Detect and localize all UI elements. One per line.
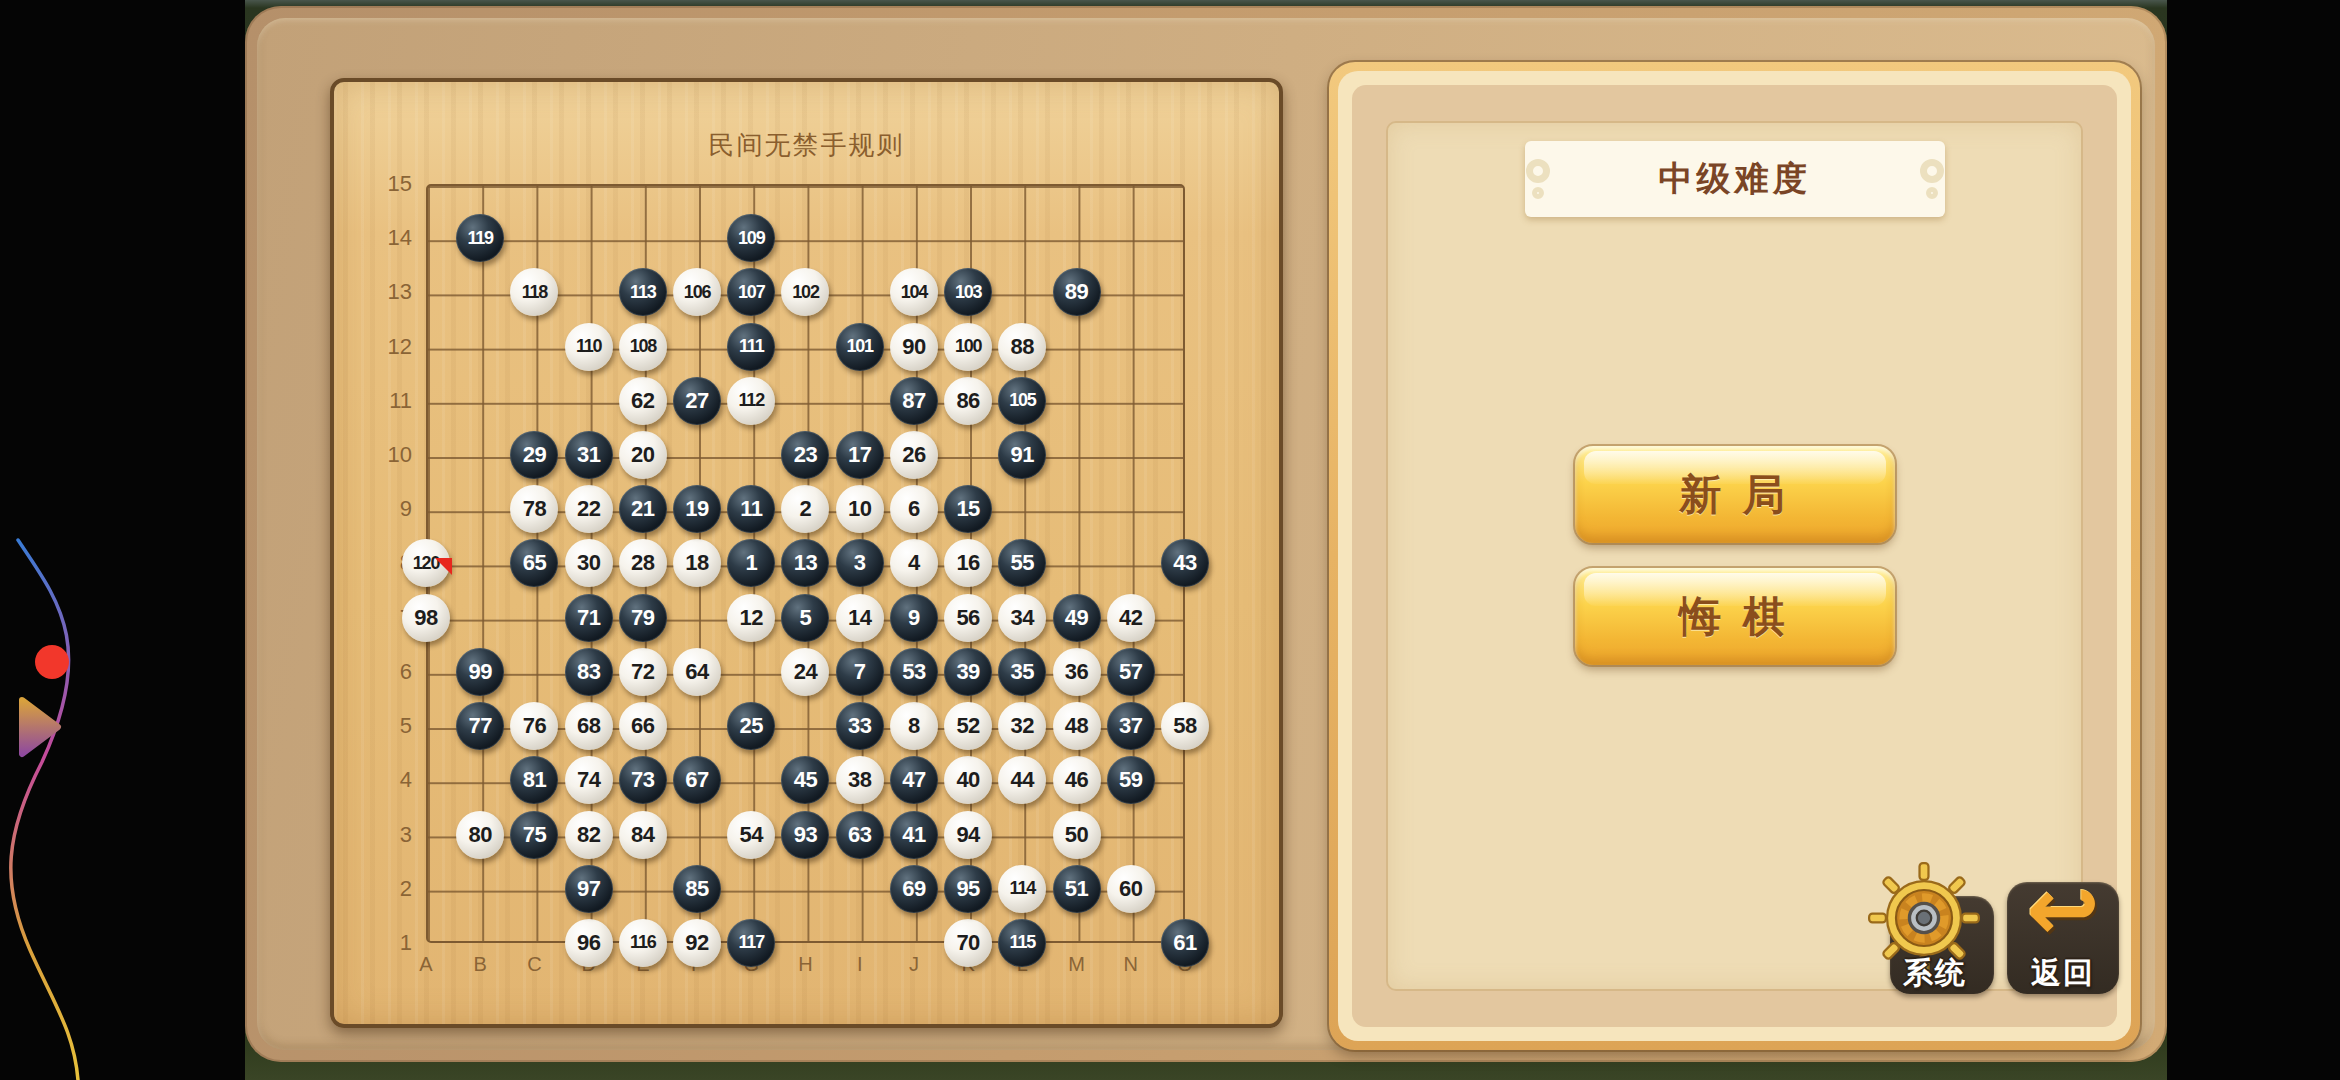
screen: 民间无禁手规则 151413121110987654321 ABCDEFGHIJ… bbox=[0, 0, 2340, 1080]
stone-102-H13: 102 bbox=[781, 268, 829, 316]
game-window: 民间无禁手规则 151413121110987654321 ABCDEFGHIJ… bbox=[245, 6, 2167, 1062]
letterbox-right bbox=[2167, 0, 2340, 1080]
stone-2-H9: 2 bbox=[781, 485, 829, 533]
stone-72-E6: 72 bbox=[619, 648, 667, 696]
stones-layer: 1234567891011121314151617181920212223242… bbox=[426, 184, 1185, 943]
stone-69-J2: 69 bbox=[890, 865, 938, 913]
stone-91-L10: 91 bbox=[998, 431, 1046, 479]
row-label-9: 9 bbox=[370, 496, 412, 522]
stone-116-E1: 116 bbox=[619, 919, 667, 967]
row-label-12: 12 bbox=[370, 334, 412, 360]
stone-44-L4: 44 bbox=[998, 756, 1046, 804]
stone-85-F2: 85 bbox=[673, 865, 721, 913]
stone-28-E8: 28 bbox=[619, 539, 667, 587]
stone-51-M2: 51 bbox=[1053, 865, 1101, 913]
col-label-J: J bbox=[901, 953, 927, 976]
row-label-6: 6 bbox=[370, 659, 412, 685]
stone-54-G3: 54 bbox=[727, 811, 775, 859]
stone-15-K9: 15 bbox=[944, 485, 992, 533]
stone-66-E5: 66 bbox=[619, 702, 667, 750]
stone-40-K4: 40 bbox=[944, 756, 992, 804]
stone-1-G8: 1 bbox=[727, 539, 775, 587]
col-label-N: N bbox=[1118, 953, 1144, 976]
row-label-4: 4 bbox=[370, 767, 412, 793]
stone-23-H10: 23 bbox=[781, 431, 829, 479]
col-label-H: H bbox=[792, 953, 818, 976]
stone-3-I8: 3 bbox=[836, 539, 884, 587]
stone-111-G12: 111 bbox=[727, 323, 775, 371]
stone-113-E13: 113 bbox=[619, 268, 667, 316]
stone-67-F4: 67 bbox=[673, 756, 721, 804]
new-game-label: 新 局 bbox=[1679, 467, 1790, 523]
record-dot-icon bbox=[35, 645, 69, 679]
stone-74-D4: 74 bbox=[565, 756, 613, 804]
stone-25-G5: 25 bbox=[727, 702, 775, 750]
stone-13-H8: 13 bbox=[781, 539, 829, 587]
stone-81-C4: 81 bbox=[510, 756, 558, 804]
stone-109-G14: 109 bbox=[727, 214, 775, 262]
stone-78-C9: 78 bbox=[510, 485, 558, 533]
board-panel: 民间无禁手规则 151413121110987654321 ABCDEFGHIJ… bbox=[330, 78, 1283, 1028]
stone-100-K12: 100 bbox=[944, 323, 992, 371]
stone-21-E9: 21 bbox=[619, 485, 667, 533]
stone-96-D1: 96 bbox=[565, 919, 613, 967]
stone-86-K11: 86 bbox=[944, 377, 992, 425]
stone-63-I3: 63 bbox=[836, 811, 884, 859]
stone-62-E11: 62 bbox=[619, 377, 667, 425]
stone-79-E7: 79 bbox=[619, 594, 667, 642]
stone-5-H7: 5 bbox=[781, 594, 829, 642]
col-label-I: I bbox=[847, 953, 873, 976]
right-panel-tan bbox=[1352, 85, 2117, 1027]
row-label-2: 2 bbox=[370, 876, 412, 902]
stone-30-D8: 30 bbox=[565, 539, 613, 587]
stone-87-J11: 87 bbox=[890, 377, 938, 425]
back-button[interactable]: ↩ 返回 bbox=[2006, 874, 2120, 996]
stone-61-O1: 61 bbox=[1161, 919, 1209, 967]
stone-117-G1: 117 bbox=[727, 919, 775, 967]
stone-105-L11: 105 bbox=[998, 377, 1046, 425]
stone-118-C13: 118 bbox=[510, 268, 558, 316]
undo-button[interactable]: 悔 棋 bbox=[1575, 568, 1895, 665]
right-panel-inner bbox=[1386, 121, 2083, 991]
rules-title: 民间无禁手规则 bbox=[334, 128, 1279, 163]
stone-55-L8: 55 bbox=[998, 539, 1046, 587]
stone-24-H6: 24 bbox=[781, 648, 829, 696]
stone-119-B14: 119 bbox=[456, 214, 504, 262]
stone-8-J5: 8 bbox=[890, 702, 938, 750]
stone-60-N2: 60 bbox=[1107, 865, 1155, 913]
row-label-14: 14 bbox=[370, 225, 412, 251]
stone-35-L6: 35 bbox=[998, 648, 1046, 696]
stone-71-D7: 71 bbox=[565, 594, 613, 642]
stone-46-M4: 46 bbox=[1053, 756, 1101, 804]
stone-70-K1: 70 bbox=[944, 919, 992, 967]
row-label-3: 3 bbox=[370, 822, 412, 848]
stone-106-F13: 106 bbox=[673, 268, 721, 316]
stone-77-B5: 77 bbox=[456, 702, 504, 750]
row-label-13: 13 bbox=[370, 279, 412, 305]
stone-6-J9: 6 bbox=[890, 485, 938, 533]
difficulty-label: 中级难度 bbox=[1659, 156, 1811, 202]
stone-76-C5: 76 bbox=[510, 702, 558, 750]
stone-37-N5: 37 bbox=[1107, 702, 1155, 750]
stone-49-M7: 49 bbox=[1053, 594, 1101, 642]
stone-27-F11: 27 bbox=[673, 377, 721, 425]
stone-50-M3: 50 bbox=[1053, 811, 1101, 859]
stone-64-F6: 64 bbox=[673, 648, 721, 696]
col-label-C: C bbox=[521, 953, 547, 976]
stone-92-F1: 92 bbox=[673, 919, 721, 967]
stone-47-J4: 47 bbox=[890, 756, 938, 804]
stone-80-B3: 80 bbox=[456, 811, 504, 859]
stone-10-I9: 10 bbox=[836, 485, 884, 533]
stone-9-J7: 9 bbox=[890, 594, 938, 642]
stone-36-M6: 36 bbox=[1053, 648, 1101, 696]
row-label-1: 1 bbox=[370, 930, 412, 956]
stone-108-E12: 108 bbox=[619, 323, 667, 371]
stone-14-I7: 14 bbox=[836, 594, 884, 642]
stone-65-C8: 65 bbox=[510, 539, 558, 587]
system-button[interactable]: 系统 bbox=[1874, 870, 1996, 996]
row-label-11: 11 bbox=[370, 388, 412, 414]
stone-90-J12: 90 bbox=[890, 323, 938, 371]
stone-82-D3: 82 bbox=[565, 811, 613, 859]
stone-7-I6: 7 bbox=[836, 648, 884, 696]
banner-scroll-left-icon bbox=[1515, 141, 1561, 217]
system-label: 系统 bbox=[1874, 953, 1996, 994]
stone-12-G7: 12 bbox=[727, 594, 775, 642]
stone-41-J3: 41 bbox=[890, 811, 938, 859]
undo-label: 悔 棋 bbox=[1679, 589, 1790, 645]
stone-53-J6: 53 bbox=[890, 648, 938, 696]
banner-scroll-right-icon bbox=[1909, 141, 1955, 217]
stone-84-E3: 84 bbox=[619, 811, 667, 859]
stone-75-C3: 75 bbox=[510, 811, 558, 859]
stone-52-K5: 52 bbox=[944, 702, 992, 750]
stone-48-M5: 48 bbox=[1053, 702, 1101, 750]
stone-112-G11: 112 bbox=[727, 377, 775, 425]
stone-26-J10: 26 bbox=[890, 431, 938, 479]
stone-45-H4: 45 bbox=[781, 756, 829, 804]
stone-56-K7: 56 bbox=[944, 594, 992, 642]
stone-34-L7: 34 bbox=[998, 594, 1046, 642]
game-window-inner: 民间无禁手规则 151413121110987654321 ABCDEFGHIJ… bbox=[257, 18, 2155, 1050]
stone-57-N6: 57 bbox=[1107, 648, 1155, 696]
right-panel: 中级难度 新 局 悔 棋 bbox=[1329, 62, 2140, 1050]
assist-curve-icon bbox=[11, 540, 78, 1080]
stone-19-F9: 19 bbox=[673, 485, 721, 533]
stone-59-N4: 59 bbox=[1107, 756, 1155, 804]
stone-115-L1: 115 bbox=[998, 919, 1046, 967]
stone-4-J8: 4 bbox=[890, 539, 938, 587]
stone-114-L2: 114 bbox=[998, 865, 1046, 913]
col-label-A: A bbox=[413, 953, 439, 976]
stone-73-E4: 73 bbox=[619, 756, 667, 804]
col-label-M: M bbox=[1064, 953, 1090, 976]
stone-32-L5: 32 bbox=[998, 702, 1046, 750]
new-game-button[interactable]: 新 局 bbox=[1575, 446, 1895, 543]
assistive-overlay bbox=[0, 0, 150, 1080]
stone-22-D9: 22 bbox=[565, 485, 613, 533]
stone-120-A8: 120 bbox=[402, 539, 450, 587]
stone-20-E10: 20 bbox=[619, 431, 667, 479]
stone-93-H3: 93 bbox=[781, 811, 829, 859]
stone-95-K2: 95 bbox=[944, 865, 992, 913]
back-label: 返回 bbox=[2006, 953, 2120, 994]
row-label-5: 5 bbox=[370, 713, 412, 739]
stone-89-M13: 89 bbox=[1053, 268, 1101, 316]
stone-29-C10: 29 bbox=[510, 431, 558, 479]
stone-103-K13: 103 bbox=[944, 268, 992, 316]
stone-17-I10: 17 bbox=[836, 431, 884, 479]
stone-107-G13: 107 bbox=[727, 268, 775, 316]
stone-38-I4: 38 bbox=[836, 756, 884, 804]
stone-58-O5: 58 bbox=[1161, 702, 1209, 750]
expand-chevron-icon[interactable] bbox=[22, 700, 58, 754]
row-label-15: 15 bbox=[370, 171, 412, 197]
difficulty-banner: 中级难度 bbox=[1525, 141, 1945, 217]
stone-33-I5: 33 bbox=[836, 702, 884, 750]
stone-88-L12: 88 bbox=[998, 323, 1046, 371]
stone-104-J13: 104 bbox=[890, 268, 938, 316]
stone-110-D12: 110 bbox=[565, 323, 613, 371]
col-label-B: B bbox=[467, 953, 493, 976]
stone-11-G9: 11 bbox=[727, 485, 775, 533]
stone-31-D10: 31 bbox=[565, 431, 613, 479]
stone-16-K8: 16 bbox=[944, 539, 992, 587]
stone-97-D2: 97 bbox=[565, 865, 613, 913]
stone-68-D5: 68 bbox=[565, 702, 613, 750]
stone-39-K6: 39 bbox=[944, 648, 992, 696]
stone-18-F8: 18 bbox=[673, 539, 721, 587]
stone-98-A7: 98 bbox=[402, 594, 450, 642]
stone-43-O8: 43 bbox=[1161, 539, 1209, 587]
stone-83-D6: 83 bbox=[565, 648, 613, 696]
stone-99-B6: 99 bbox=[456, 648, 504, 696]
stone-42-N7: 42 bbox=[1107, 594, 1155, 642]
row-label-10: 10 bbox=[370, 442, 412, 468]
stone-101-I12: 101 bbox=[836, 323, 884, 371]
stone-94-K3: 94 bbox=[944, 811, 992, 859]
return-arrow-icon: ↩ bbox=[2006, 858, 2120, 961]
